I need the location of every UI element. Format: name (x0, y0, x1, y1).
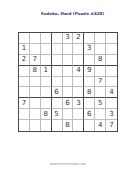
sudoku-cell-r5c4 (52, 77, 63, 88)
sudoku-cell-r9c4 (52, 120, 63, 131)
sudoku-cell-r5c9 (106, 77, 117, 88)
sudoku-cell-r9c9: 7 (106, 120, 117, 131)
sudoku-cell-r2c8 (95, 44, 106, 55)
sudoku-cell-r6c6 (73, 87, 84, 98)
sudoku-cell-r8c8 (95, 109, 106, 120)
sudoku-cell-r6c8 (95, 87, 106, 98)
sudoku-cell-r7c8: 5 (95, 98, 106, 109)
sudoku-cell-r4c7: 9 (84, 66, 95, 77)
sudoku-cell-r4c4 (52, 66, 63, 77)
sudoku-cell-r4c6: 4 (73, 66, 84, 77)
sudoku-cell-r7c7 (84, 98, 95, 109)
sudoku-cell-r4c5 (63, 66, 74, 77)
sudoku-cell-r4c9 (106, 66, 117, 77)
sudoku-cell-r2c4 (52, 44, 63, 55)
sudoku-cell-r9c5: 8 (63, 120, 74, 131)
sudoku-cell-r6c4: 6 (52, 87, 63, 98)
sudoku-cell-r2c9 (106, 44, 117, 55)
sudoku-cell-r8c6 (73, 109, 84, 120)
sudoku-cell-r4c3: 1 (41, 66, 52, 77)
sudoku-cell-r9c3 (41, 120, 52, 131)
sudoku-cell-r9c7 (84, 120, 95, 131)
sudoku-cell-r1c3 (41, 33, 52, 44)
sudoku-cell-r8c5 (63, 109, 74, 120)
sudoku-cell-r9c2 (30, 120, 41, 131)
sudoku-cell-r7c4 (52, 98, 63, 109)
sudoku-cell-r2c7: 3 (84, 44, 95, 55)
sudoku-cell-r6c1 (19, 87, 30, 98)
sudoku-cell-r1c5: 3 (63, 33, 74, 44)
sudoku-cell-r3c2: 7 (30, 55, 41, 66)
sudoku-cell-r8c2 (30, 109, 41, 120)
sudoku-cell-r3c1: 2 (19, 55, 30, 66)
sudoku-cell-r4c8 (95, 66, 106, 77)
sudoku-cell-r8c9: 3 (106, 109, 117, 120)
sudoku-cell-r9c8: 4 (95, 120, 106, 131)
sudoku-cell-r6c3 (41, 87, 52, 98)
sudoku-cell-r1c9 (106, 33, 117, 44)
sudoku-cell-r5c2 (30, 77, 41, 88)
sudoku-board: 32132788149768476358563847 (18, 32, 118, 132)
sudoku-cell-r1c4 (52, 33, 63, 44)
sudoku-cell-r1c6: 2 (73, 33, 84, 44)
sudoku-cell-r7c5: 6 (63, 98, 74, 109)
sudoku-cell-r3c3 (41, 55, 52, 66)
sudoku-cell-r3c8: 8 (95, 55, 106, 66)
sudoku-cell-r6c7: 8 (84, 87, 95, 98)
sudoku-cell-r7c6: 3 (73, 98, 84, 109)
sudoku-cell-r6c2 (30, 87, 41, 98)
sudoku-cell-r3c9 (106, 55, 117, 66)
sudoku-cell-r1c8 (95, 33, 106, 44)
sudoku-cell-r8c7: 6 (84, 109, 95, 120)
puzzle-title: Sudoku, Hard (Puzzle #428) (41, 11, 95, 15)
sudoku-cell-r6c9: 4 (106, 87, 117, 98)
footer-url: www.PrintFreeSudoku.com (45, 163, 91, 166)
sudoku-cell-r9c1 (19, 120, 30, 131)
sudoku-cell-r5c5 (63, 77, 74, 88)
sudoku-cell-r3c6 (73, 55, 84, 66)
sudoku-cell-r6c5 (63, 87, 74, 98)
sudoku-cell-r8c4: 5 (52, 109, 63, 120)
sudoku-cell-r7c1: 7 (19, 98, 30, 109)
sudoku-cell-r3c5 (63, 55, 74, 66)
sudoku-cell-r8c3: 8 (41, 109, 52, 120)
sudoku-cell-r7c9 (106, 98, 117, 109)
sudoku-cell-r1c2 (30, 33, 41, 44)
sudoku-cell-r1c1 (19, 33, 30, 44)
sudoku-cell-r4c2: 8 (30, 66, 41, 77)
sudoku-cell-r7c3 (41, 98, 52, 109)
sudoku-cell-r2c6 (73, 44, 84, 55)
sudoku-cell-r2c2 (30, 44, 41, 55)
sudoku-cell-r5c8: 7 (95, 77, 106, 88)
sudoku-cell-r2c3 (41, 44, 52, 55)
sudoku-cell-r5c3 (41, 77, 52, 88)
sudoku-cell-r7c2 (30, 98, 41, 109)
sudoku-cell-r8c1 (19, 109, 30, 120)
sudoku-cell-r3c7 (84, 55, 95, 66)
sudoku-cell-r1c7 (84, 33, 95, 44)
sudoku-cell-r5c6 (73, 77, 84, 88)
sudoku-cell-r2c1: 1 (19, 44, 30, 55)
sudoku-cell-r3c4 (52, 55, 63, 66)
sudoku-cell-r9c6 (73, 120, 84, 131)
sudoku-cell-r5c7 (84, 77, 95, 88)
sudoku-cell-r5c1 (19, 77, 30, 88)
sudoku-cell-r2c5 (63, 44, 74, 55)
sudoku-cell-r4c1 (19, 66, 30, 77)
